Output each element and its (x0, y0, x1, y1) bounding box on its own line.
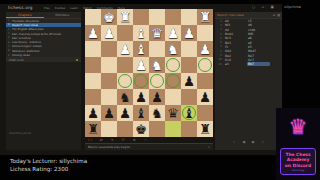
square-g5[interactable] (101, 73, 117, 89)
next-move-icon[interactable]: ▶ (252, 140, 255, 144)
piece-black-king: ♚ (133, 121, 149, 137)
piece-black-rook: ♜ (197, 121, 213, 137)
board-menu-icon[interactable]: ▤ (277, 13, 280, 17)
piece-black-pawn: ♟ (117, 105, 133, 121)
notifications-icon[interactable]: ▣ (270, 5, 273, 9)
annotation-circle-c5 (166, 74, 180, 88)
square-f3[interactable]: ♟ (117, 41, 133, 57)
annotation-circle-e5 (134, 74, 148, 88)
square-d3[interactable] (149, 41, 165, 57)
piece-white-pawn: ♟ (197, 41, 213, 57)
prev-move-icon[interactable]: ◀ (242, 140, 245, 144)
move-number: 11 (215, 63, 224, 66)
square-f6[interactable]: ♞ (117, 89, 133, 105)
square-f8[interactable] (117, 121, 133, 137)
square-h3[interactable] (85, 41, 101, 57)
board[interactable]: ♚♜♜♟♟♝♛♟♟♟♝♞♟♟♞♟♞♟♟♟♟♟♟♝♞♛♝♜♚♜ (85, 9, 213, 137)
square-a7[interactable] (197, 105, 213, 121)
piece-white-king: ♚ (101, 9, 117, 25)
square-c7[interactable]: ♛ (165, 105, 181, 121)
last-move-icon[interactable]: » (262, 140, 264, 144)
piece-white-bishop: ♝ (133, 41, 149, 57)
video-frame: lichess.org PlayPuzzlesLearnWatchCommuni… (0, 0, 320, 180)
discord-badge-box: The Chess Academy on Discord discord.gg (280, 148, 316, 175)
close-icon[interactable]: × (207, 145, 210, 149)
move-black[interactable]: d6 (247, 23, 270, 27)
square-e3[interactable]: ♝ (133, 41, 149, 57)
move-panel: Najdorf: main ideas ≡▤ 1e4c52Nf3d63d4cxd… (215, 12, 282, 150)
move-row: 11a3Bb7 (215, 62, 282, 66)
square-h8[interactable]: ♜ (85, 121, 101, 137)
tab-chapters[interactable]: Chapters (6, 12, 44, 18)
square-c8[interactable] (165, 121, 181, 137)
move-white[interactable]: a3 (224, 62, 247, 66)
piece-black-knight: ♞ (149, 105, 165, 121)
piece-white-rook: ♜ (197, 9, 213, 25)
square-h5[interactable] (85, 73, 101, 89)
square-b8[interactable] (181, 121, 197, 137)
move-panel-icons: ≡▤ (273, 13, 280, 17)
move-number: 9 (215, 54, 224, 57)
glyph-annotation-icon[interactable]: !? (121, 138, 124, 142)
square-g8[interactable] (101, 121, 117, 137)
square-d2[interactable]: ♛ (149, 25, 165, 41)
menu-icon[interactable]: ⋯ (144, 138, 147, 142)
piece-black-pawn: ♟ (149, 89, 165, 105)
comment-icon[interactable]: ✎ (111, 138, 114, 142)
piece-black-pawn: ♟ (181, 73, 197, 89)
square-g7[interactable]: ♟ (101, 105, 117, 121)
move-number: 4 (215, 33, 224, 36)
piece-white-bishop: ♝ (133, 25, 149, 41)
first-move-icon[interactable]: « (233, 140, 235, 144)
move-number: 1 (215, 20, 224, 23)
square-a1[interactable]: ♜ (197, 9, 213, 25)
comment-text: Black's queenside play begins (88, 145, 130, 149)
square-h6[interactable] (85, 89, 101, 105)
square-a4[interactable] (197, 57, 213, 73)
piece-white-knight: ♞ (149, 57, 165, 73)
move-number: 7 (215, 45, 224, 48)
move-black[interactable]: a6 (247, 36, 270, 40)
square-b2[interactable]: ♟ (181, 25, 197, 41)
rating-line: Lichess Rating: 2300 (10, 165, 87, 174)
square-c3[interactable]: ♞ (165, 41, 181, 57)
piece-black-queen: ♛ (165, 105, 181, 121)
square-g4[interactable] (101, 57, 117, 73)
move-number: 5 (215, 37, 224, 40)
piece-black-pawn: ♟ (85, 105, 101, 121)
nav-item-learn[interactable]: Learn (70, 6, 78, 10)
square-h4[interactable] (85, 57, 101, 73)
square-d7[interactable]: ♞ (149, 105, 165, 121)
square-e8[interactable]: ♚ (133, 121, 149, 137)
square-b6[interactable] (181, 89, 197, 105)
badge-line-3: on Discord (281, 163, 315, 169)
piece-black-bishop: ♝ (181, 105, 197, 121)
square-d1[interactable] (149, 9, 165, 25)
piece-black-knight: ♞ (117, 89, 133, 105)
move-white[interactable]: Be2 (224, 54, 247, 58)
square-b3[interactable] (181, 41, 197, 57)
square-c5[interactable] (165, 73, 181, 89)
square-a8[interactable]: ♜ (197, 121, 213, 137)
annotation-circle-f5 (118, 74, 132, 88)
header-icons: ○⚔▣ (252, 5, 274, 9)
piece-white-knight: ♞ (165, 41, 181, 57)
tab-members[interactable]: Members (44, 12, 82, 18)
square-d8[interactable] (149, 121, 165, 137)
annotation-circle-a4 (198, 58, 212, 72)
piece-white-queen: ♛ (149, 25, 165, 41)
move-number: 8 (215, 50, 224, 53)
square-e6[interactable]: ♟ (133, 89, 149, 105)
square-b1[interactable] (181, 9, 197, 25)
move-black[interactable]: Be7 (247, 54, 270, 58)
discord-badge: ♛ The Chess Academy on Discord discord.g… (276, 108, 320, 180)
username[interactable]: sillychima (284, 5, 301, 9)
move-number: 10 (215, 58, 224, 61)
challenges-icon[interactable]: ⚔ (261, 5, 264, 9)
chat-room-label: Chat room (9, 58, 24, 62)
move-white[interactable]: Nc3 (224, 36, 247, 40)
lichess-logo[interactable]: lichess.org (8, 5, 33, 10)
piece-white-rook: ♜ (117, 9, 133, 25)
square-g6[interactable] (101, 89, 117, 105)
square-b4[interactable] (181, 57, 197, 73)
square-h7[interactable]: ♟ (85, 105, 101, 121)
piece-white-pawn: ♟ (117, 41, 133, 57)
piece-white-pawn: ♟ (181, 25, 197, 41)
annotation-circle-c4 (166, 58, 180, 72)
move-list: 1e4c52Nf3d63d4cxd44Nxd4Nf65Nc3a66Be3e67f… (215, 19, 282, 66)
move-white[interactable]: Nf3 (224, 23, 247, 27)
square-e4[interactable]: ♟ (133, 57, 149, 73)
view-list-icon[interactable]: ≡ (273, 13, 276, 17)
square-c4[interactable] (165, 57, 181, 73)
chat-status-dot (76, 59, 78, 61)
flip-board-icon[interactable]: ⇄ (100, 138, 103, 142)
square-g2[interactable]: ♟ (101, 25, 117, 41)
square-a5[interactable] (197, 73, 213, 89)
chat-message: sillychima joined (9, 132, 31, 135)
piece-white-pawn: ♟ (133, 57, 149, 73)
move-black[interactable]: Bb7 (247, 62, 270, 66)
move-black[interactable]: Nbd7 (247, 49, 270, 53)
square-f7[interactable]: ♟ (117, 105, 133, 121)
square-d6[interactable]: ♟ (149, 89, 165, 105)
square-b7[interactable]: ♝ (181, 105, 197, 121)
search-icon[interactable]: ○ (252, 5, 255, 9)
square-c1[interactable] (165, 9, 181, 25)
piece-black-pawn: ♟ (133, 89, 149, 105)
move-white[interactable]: Qd2 (224, 49, 247, 53)
square-e5[interactable] (133, 73, 149, 89)
square-e1[interactable] (133, 9, 149, 25)
square-a3[interactable]: ♟ (197, 41, 213, 57)
square-e2[interactable]: ♝ (133, 25, 149, 41)
move-number: 3 (215, 28, 224, 31)
square-a2[interactable] (197, 25, 213, 41)
piece-black-bishop: ♝ (133, 105, 149, 121)
badge-subline: discord.gg (281, 169, 315, 172)
piece-white-pawn: ♟ (85, 25, 101, 41)
square-g1[interactable]: ♚ (101, 9, 117, 25)
square-g3[interactable] (101, 41, 117, 57)
study-side-panel: ChaptersMembers 1Thematic structures2Naj… (6, 12, 81, 150)
square-f2[interactable] (117, 25, 133, 41)
comment-bar: Black's queenside play begins × (85, 143, 213, 150)
square-f5[interactable] (117, 73, 133, 89)
square-h2[interactable]: ♟ (85, 25, 101, 41)
move-number: 2 (215, 24, 224, 27)
square-d4[interactable]: ♞ (149, 57, 165, 73)
chat-messages[interactable]: sillychima joined (6, 62, 81, 150)
nav-item-puzzles[interactable]: Puzzles (55, 6, 65, 10)
pixel-queen-graphic: ♛ (276, 110, 320, 144)
nav-item-play[interactable]: Play (44, 6, 50, 10)
square-f1[interactable]: ♜ (117, 9, 133, 25)
piece-white-pawn: ♟ (101, 25, 117, 41)
square-h1[interactable] (85, 9, 101, 25)
square-c2[interactable]: ♟ (165, 25, 181, 41)
chapter-title: Najdorf: main ideas (217, 13, 244, 17)
shapes-icon[interactable]: ◯ (88, 138, 92, 142)
stream-overlay-text: Today's Lecturer: sillychima Lichess Rat… (10, 157, 87, 174)
settings-icon[interactable]: ⚙ (133, 138, 136, 142)
square-b5[interactable]: ♟ (181, 73, 197, 89)
square-d5[interactable] (149, 73, 165, 89)
move-number: 6 (215, 41, 224, 44)
lichess-page: lichess.org PlayPuzzlesLearnWatchCommuni… (0, 4, 282, 155)
piece-white-pawn: ♟ (165, 25, 181, 41)
square-c6[interactable] (165, 89, 181, 105)
move-panel-header: Najdorf: main ideas ≡▤ (215, 12, 282, 19)
piece-black-pawn: ♟ (197, 89, 213, 105)
board-toolbar: ◯⇄✎!?⚙⋯ (88, 138, 147, 142)
lecturer-line: Today's Lecturer: sillychima (10, 157, 87, 166)
playback-controls: «◀▶» (215, 140, 282, 144)
annotation-circle-d5 (150, 74, 164, 88)
square-f4[interactable] (117, 57, 133, 73)
piece-black-rook: ♜ (85, 121, 101, 137)
chapter-list: 1Thematic structures2Najdorf: main ideas… (6, 19, 81, 58)
square-a6[interactable]: ♟ (197, 89, 213, 105)
square-e7[interactable]: ♝ (133, 105, 149, 121)
piece-black-pawn: ♟ (101, 105, 117, 121)
